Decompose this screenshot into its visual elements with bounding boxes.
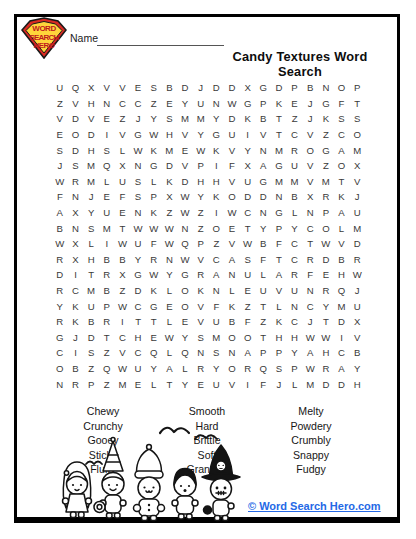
grid-cell: C: [68, 283, 84, 299]
letter-grid: UQXVVESBDJDDXGDPBNOPZVHNCCZEYUNWGPKEJGFT…: [52, 80, 365, 392]
grid-cell: Y: [208, 111, 224, 127]
grid-cell: R: [68, 376, 84, 392]
grid-cell: A: [334, 142, 350, 158]
grid-cell: F: [224, 158, 240, 174]
grid-cell: N: [208, 96, 224, 112]
grid-cell: A: [334, 361, 350, 377]
grid-cell: D: [177, 80, 193, 96]
grid-cell: N: [130, 158, 146, 174]
grid-cell: E: [115, 205, 131, 221]
grid-cell: W: [224, 96, 240, 112]
grid-cell: F: [255, 376, 271, 392]
grid-cell: M: [287, 174, 303, 190]
grid-cell: T: [334, 174, 350, 190]
grid-cell: S: [193, 330, 209, 346]
grid-cell: X: [83, 80, 99, 96]
grid-cell: D: [318, 376, 334, 392]
grid-cell: V: [255, 127, 271, 143]
grid-cell: J: [271, 376, 287, 392]
grid-cell: E: [177, 142, 193, 158]
grid-cell: Z: [193, 205, 209, 221]
grid-cell: I: [208, 158, 224, 174]
grid-cell: P: [271, 345, 287, 361]
grid-cell: N: [224, 267, 240, 283]
grid-cell: P: [255, 96, 271, 112]
grid-cell: C: [130, 298, 146, 314]
grid-cell: W: [162, 220, 178, 236]
grid-cell: L: [271, 298, 287, 314]
grid-cell: X: [302, 189, 318, 205]
grid-cell: A: [162, 361, 178, 377]
grid-cell: R: [146, 252, 162, 268]
grid-cell: V: [224, 376, 240, 392]
grid-cell: Z: [318, 127, 334, 143]
grid-cell: V: [193, 252, 209, 268]
grid-cell: S: [68, 158, 84, 174]
grid-cell: I: [99, 127, 115, 143]
grid-cell: W: [302, 330, 318, 346]
grid-cell: N: [302, 205, 318, 221]
grid-cell: J: [302, 111, 318, 127]
grid-cell: H: [287, 330, 303, 346]
grid-cell: E: [240, 283, 256, 299]
grid-cell: B: [302, 80, 318, 96]
grid-cell: G: [146, 298, 162, 314]
grid-cell: U: [83, 298, 99, 314]
grid-cell: E: [162, 96, 178, 112]
kid-witch-hat: [202, 445, 240, 521]
grid-cell: V: [302, 174, 318, 190]
grid-cell: W: [224, 205, 240, 221]
grid-cell: A: [255, 158, 271, 174]
grid-cell: R: [287, 267, 303, 283]
grid-cell: Y: [177, 376, 193, 392]
grid-cell: G: [318, 96, 334, 112]
bird-icon: [195, 435, 217, 439]
grid-cell: R: [68, 174, 84, 190]
grid-cell: X: [115, 267, 131, 283]
grid-cell: R: [287, 142, 303, 158]
grid-cell: Z: [318, 158, 334, 174]
grid-cell: Q: [177, 236, 193, 252]
grid-cell: E: [162, 298, 178, 314]
grid-cell: L: [146, 174, 162, 190]
grid-cell: X: [68, 236, 84, 252]
grid-cell: H: [83, 252, 99, 268]
grid-cell: M: [271, 174, 287, 190]
grid-cell: W: [52, 174, 68, 190]
grid-cell: T: [271, 127, 287, 143]
grid-cell: C: [334, 345, 350, 361]
grid-cell: M: [349, 220, 365, 236]
grid-cell: Y: [193, 189, 209, 205]
grid-cell: C: [115, 96, 131, 112]
grid-cell: S: [162, 111, 178, 127]
grid-cell: F: [302, 267, 318, 283]
grid-cell: V: [177, 158, 193, 174]
grid-cell: Z: [115, 283, 131, 299]
grid-cell: G: [271, 158, 287, 174]
grid-cell: T: [99, 330, 115, 346]
grid-cell: T: [349, 96, 365, 112]
grid-cell: X: [349, 158, 365, 174]
grid-cell: V: [115, 127, 131, 143]
grid-cell: Y: [177, 96, 193, 112]
bird-icon: [160, 428, 189, 433]
grid-cell: T: [83, 267, 99, 283]
grid-cell: K: [318, 111, 334, 127]
grid-cell: C: [287, 314, 303, 330]
grid-cell: T: [240, 220, 256, 236]
grid-cell: D: [240, 189, 256, 205]
grid-cell: A: [240, 345, 256, 361]
grid-cell: N: [255, 142, 271, 158]
grid-cell: N: [287, 298, 303, 314]
grid-cell: T: [255, 330, 271, 346]
grid-cell: K: [68, 298, 84, 314]
grid-cell: I: [68, 345, 84, 361]
grid-cell: V: [302, 127, 318, 143]
grid-cell: X: [240, 80, 256, 96]
grid-cell: H: [208, 174, 224, 190]
grid-cell: B: [115, 252, 131, 268]
grid-cell: L: [99, 174, 115, 190]
grid-cell: M: [177, 111, 193, 127]
grid-cell: W: [193, 142, 209, 158]
grid-cell: M: [193, 111, 209, 127]
grid-cell: R: [318, 361, 334, 377]
grid-cell: S: [52, 142, 68, 158]
grid-cell: K: [240, 111, 256, 127]
grid-cell: O: [334, 80, 350, 96]
name-label: Name: [70, 32, 98, 44]
grid-cell: Y: [162, 267, 178, 283]
grid-cell: T: [271, 111, 287, 127]
grid-cell: I: [68, 267, 84, 283]
grid-cell: D: [255, 189, 271, 205]
page-title: Candy Textures Word Search: [210, 49, 390, 79]
grid-cell: E: [130, 376, 146, 392]
grid-cell: K: [334, 189, 350, 205]
grid-cell: R: [52, 252, 68, 268]
grid-cell: H: [83, 96, 99, 112]
grid-cell: V: [99, 80, 115, 96]
grid-cell: Y: [287, 220, 303, 236]
grid-cell: W: [130, 142, 146, 158]
grid-cell: D: [52, 267, 68, 283]
grid-cell: B: [287, 189, 303, 205]
grid-cell: N: [99, 96, 115, 112]
grid-cell: M: [302, 376, 318, 392]
grid-cell: C: [240, 205, 256, 221]
grid-cell: D: [162, 158, 178, 174]
grid-cell: J: [302, 96, 318, 112]
grid-cell: N: [52, 376, 68, 392]
name-blank-line: [97, 44, 224, 46]
grid-cell: Z: [99, 345, 115, 361]
grid-cell: J: [349, 189, 365, 205]
grid-cell: V: [115, 80, 131, 96]
grid-cell: W: [162, 236, 178, 252]
grid-cell: R: [318, 283, 334, 299]
word-search-hero-link[interactable]: © Word Search Hero.com: [248, 500, 381, 512]
grid-cell: G: [177, 267, 193, 283]
grid-cell: U: [208, 376, 224, 392]
grid-cell: L: [177, 361, 193, 377]
grid-cell: V: [349, 174, 365, 190]
grid-cell: N: [177, 220, 193, 236]
grid-cell: F: [255, 252, 271, 268]
grid-cell: D: [224, 111, 240, 127]
grid-cell: Y: [255, 220, 271, 236]
grid-cell: G: [240, 96, 256, 112]
grid-cell: S: [334, 111, 350, 127]
grid-cell: S: [99, 142, 115, 158]
grid-cell: D: [83, 330, 99, 346]
grid-cell: W: [349, 267, 365, 283]
grid-cell: P: [83, 376, 99, 392]
grid-cell: I: [334, 330, 350, 346]
grid-cell: V: [193, 298, 209, 314]
grid-cell: A: [208, 267, 224, 283]
grid-cell: Q: [334, 283, 350, 299]
grid-cell: O: [177, 298, 193, 314]
grid-cell: Q: [177, 345, 193, 361]
grid-cell: C: [302, 220, 318, 236]
grid-cell: C: [287, 127, 303, 143]
grid-cell: C: [334, 127, 350, 143]
grid-cell: W: [177, 189, 193, 205]
grid-cell: D: [271, 80, 287, 96]
grid-cell: O: [208, 220, 224, 236]
grid-cell: W: [130, 220, 146, 236]
grid-cell: L: [83, 236, 99, 252]
grid-cell: E: [130, 80, 146, 96]
grid-cell: X: [349, 314, 365, 330]
grid-cell: V: [271, 283, 287, 299]
grid-cell: K: [271, 314, 287, 330]
grid-cell: L: [255, 267, 271, 283]
grid-cell: E: [99, 189, 115, 205]
grid-cell: V: [68, 96, 84, 112]
grid-cell: T: [318, 314, 334, 330]
grid-cell: S: [349, 111, 365, 127]
grid-cell: P: [99, 298, 115, 314]
grid-cell: I: [208, 205, 224, 221]
grid-cell: R: [193, 267, 209, 283]
word-list-item: Fudgy: [261, 462, 361, 477]
grid-cell: Z: [193, 220, 209, 236]
grid-cell: Y: [349, 361, 365, 377]
grid-cell: L: [287, 376, 303, 392]
grid-cell: R: [99, 314, 115, 330]
grid-cell: H: [83, 142, 99, 158]
grid-cell: D: [318, 252, 334, 268]
grid-cell: U: [287, 158, 303, 174]
grid-cell: J: [193, 80, 209, 96]
grid-cell: V: [334, 236, 350, 252]
grid-cell: A: [302, 345, 318, 361]
grid-cell: K: [146, 283, 162, 299]
grid-cell: C: [130, 96, 146, 112]
grid-cell: Y: [146, 361, 162, 377]
grid-cell: D: [83, 127, 99, 143]
grid-cell: S: [83, 220, 99, 236]
grid-cell: Y: [146, 111, 162, 127]
word-list-item: Crumbly: [261, 433, 361, 448]
grid-cell: Z: [52, 96, 68, 112]
grid-cell: M: [83, 158, 99, 174]
grid-cell: V: [224, 174, 240, 190]
grid-cell: P: [287, 361, 303, 377]
grid-cell: U: [349, 298, 365, 314]
grid-cell: W: [52, 236, 68, 252]
grid-cell: A: [52, 205, 68, 221]
grid-cell: E: [287, 96, 303, 112]
word-list-item: Snappy: [261, 448, 361, 463]
grid-cell: G: [255, 174, 271, 190]
grid-cell: M: [334, 298, 350, 314]
grid-cell: M: [99, 220, 115, 236]
grid-cell: I: [99, 236, 115, 252]
grid-cell: R: [302, 252, 318, 268]
grid-cell: M: [208, 330, 224, 346]
kid-girl: [63, 462, 92, 518]
grid-cell: S: [83, 345, 99, 361]
grid-cell: P: [318, 205, 334, 221]
grid-cell: M: [318, 174, 334, 190]
grid-cell: U: [52, 80, 68, 96]
grid-cell: S: [130, 174, 146, 190]
grid-cell: V: [52, 111, 68, 127]
grid-cell: L: [224, 283, 240, 299]
grid-cell: D: [224, 80, 240, 96]
grid-cell: J: [302, 314, 318, 330]
grid-cell: D: [177, 174, 193, 190]
grid-cell: D: [334, 314, 350, 330]
grid-cell: J: [68, 330, 84, 346]
grid-cell: S: [271, 361, 287, 377]
grid-cell: C: [287, 236, 303, 252]
grid-cell: V: [224, 142, 240, 158]
grid-cell: B: [99, 283, 115, 299]
grid-cell: U: [99, 205, 115, 221]
grid-cell: L: [287, 205, 303, 221]
grid-cell: M: [115, 376, 131, 392]
grid-cell: T: [302, 236, 318, 252]
grid-cell: G: [146, 158, 162, 174]
grid-cell: S: [146, 80, 162, 96]
grid-cell: L: [162, 283, 178, 299]
grid-cell: Z: [208, 236, 224, 252]
grid-cell: H: [318, 345, 334, 361]
grid-cell: L: [146, 376, 162, 392]
grid-cell: C: [287, 252, 303, 268]
kid-beanie: [134, 445, 165, 521]
grid-cell: O: [349, 127, 365, 143]
grid-cell: P: [255, 345, 271, 361]
grid-cell: G: [208, 127, 224, 143]
word-list-item: Melty: [261, 404, 361, 419]
grid-cell: M: [83, 174, 99, 190]
grid-cell: O: [224, 361, 240, 377]
grid-cell: N: [224, 345, 240, 361]
grid-cell: S: [130, 189, 146, 205]
grid-cell: O: [177, 283, 193, 299]
grid-cell: U: [240, 267, 256, 283]
grid-cell: Y: [83, 205, 99, 221]
grid-cell: Z: [255, 314, 271, 330]
grid-cell: N: [162, 252, 178, 268]
grid-cell: Q: [255, 361, 271, 377]
grid-cell: Y: [208, 361, 224, 377]
grid-cell: B: [349, 345, 365, 361]
grid-cell: R: [52, 283, 68, 299]
grid-cell: G: [130, 267, 146, 283]
grid-cell: D: [208, 80, 224, 96]
word-list-column-3: MeltyPowderyCrumblySnappyFudgy: [261, 404, 361, 477]
grid-cell: D: [130, 283, 146, 299]
grid-cell: K: [146, 205, 162, 221]
bird-icon: [86, 462, 102, 465]
grid-cell: Q: [99, 361, 115, 377]
grid-cell: A: [224, 252, 240, 268]
halloween-kids-illustration: [56, 424, 244, 522]
grid-cell: W: [177, 252, 193, 268]
grid-cell: O: [240, 330, 256, 346]
grid-cell: W: [115, 361, 131, 377]
grid-cell: W: [115, 236, 131, 252]
grid-cell: Z: [240, 298, 256, 314]
grid-cell: F: [146, 236, 162, 252]
grid-cell: J: [130, 111, 146, 127]
grid-cell: G: [52, 330, 68, 346]
grid-cell: I: [240, 127, 256, 143]
grid-cell: R: [99, 267, 115, 283]
grid-cell: G: [271, 205, 287, 221]
grid-cell: Z: [162, 205, 178, 221]
grid-cell: O: [52, 361, 68, 377]
grid-cell: V: [193, 314, 209, 330]
grid-cell: U: [240, 174, 256, 190]
grid-cell: D: [334, 376, 350, 392]
grid-cell: K: [208, 142, 224, 158]
grid-cell: O: [334, 158, 350, 174]
grid-cell: U: [287, 283, 303, 299]
grid-cell: C: [302, 298, 318, 314]
grid-cell: J: [52, 158, 68, 174]
grid-cell: L: [162, 314, 178, 330]
grid-cell: V: [177, 127, 193, 143]
grid-cell: H: [271, 330, 287, 346]
grid-cell: J: [83, 189, 99, 205]
grid-cell: N: [130, 205, 146, 221]
grid-cell: K: [162, 174, 178, 190]
grid-cell: Z: [83, 361, 99, 377]
grid-cell: E: [318, 267, 334, 283]
grid-cell: Z: [287, 111, 303, 127]
grid-cell: M: [162, 142, 178, 158]
grid-cell: N: [318, 80, 334, 96]
grid-cell: G: [130, 127, 146, 143]
grid-cell: M: [349, 142, 365, 158]
grid-cell: N: [193, 345, 209, 361]
grid-cell: B: [255, 236, 271, 252]
grid-cell: U: [193, 96, 209, 112]
grid-cell: Y: [130, 252, 146, 268]
grid-cell: F: [208, 298, 224, 314]
grid-cell: P: [287, 80, 303, 96]
